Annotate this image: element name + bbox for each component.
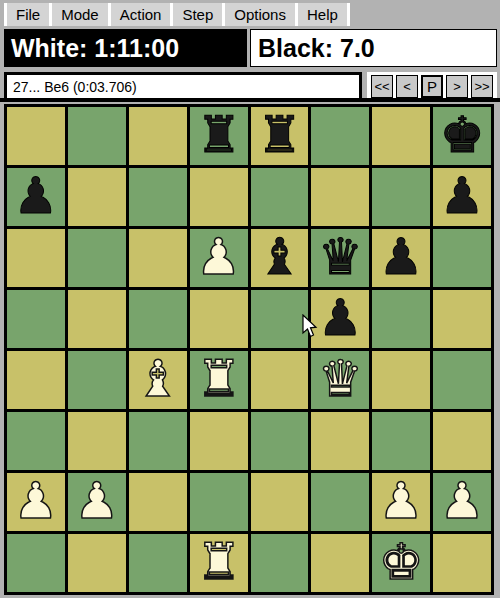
move-input[interactable] <box>4 72 362 101</box>
square-h8[interactable]: ♚ <box>433 107 491 165</box>
square-h6[interactable] <box>433 229 491 287</box>
square-e5[interactable] <box>251 290 309 348</box>
square-a2[interactable]: ♟ <box>7 473 65 531</box>
square-a6[interactable] <box>7 229 65 287</box>
square-d5[interactable] <box>190 290 248 348</box>
square-b2[interactable]: ♟ <box>68 473 126 531</box>
move-bar: << < P > >> <box>4 72 497 101</box>
piece-white-pawn[interactable]: ♟ <box>379 476 424 526</box>
square-c1[interactable] <box>129 534 187 592</box>
square-a3[interactable] <box>7 412 65 470</box>
square-h4[interactable] <box>433 351 491 409</box>
nav-back-button[interactable]: < <box>396 75 418 98</box>
square-c8[interactable] <box>129 107 187 165</box>
square-h5[interactable] <box>433 290 491 348</box>
piece-white-bishop[interactable]: ♝ <box>135 354 180 404</box>
square-g7[interactable] <box>372 168 430 226</box>
nav-pause-button[interactable]: P <box>421 75 443 98</box>
square-h1[interactable] <box>433 534 491 592</box>
menu-help[interactable]: Help <box>295 3 350 26</box>
piece-white-pawn[interactable]: ♟ <box>14 476 59 526</box>
menu-step[interactable]: Step <box>170 3 222 26</box>
square-c3[interactable] <box>129 412 187 470</box>
piece-black-rook[interactable]: ♜ <box>257 110 302 160</box>
clock-row: White: 1:11:00 Black: 7.0 <box>4 29 497 67</box>
square-g4[interactable] <box>372 351 430 409</box>
square-c7[interactable] <box>129 168 187 226</box>
square-d2[interactable] <box>190 473 248 531</box>
piece-white-pawn[interactable]: ♟ <box>440 476 485 526</box>
black-clock: Black: 7.0 <box>250 29 497 67</box>
square-b4[interactable] <box>68 351 126 409</box>
square-e2[interactable] <box>251 473 309 531</box>
piece-white-rook[interactable]: ♜ <box>196 537 241 587</box>
square-a1[interactable] <box>7 534 65 592</box>
menu-action[interactable]: Action <box>108 3 171 26</box>
nav-strip: << < P > >> <box>367 72 497 101</box>
square-d6[interactable]: ♟ <box>190 229 248 287</box>
square-f7[interactable] <box>311 168 369 226</box>
piece-black-pawn[interactable]: ♟ <box>379 232 424 282</box>
square-f8[interactable] <box>311 107 369 165</box>
square-a5[interactable] <box>7 290 65 348</box>
square-e1[interactable] <box>251 534 309 592</box>
square-b3[interactable] <box>68 412 126 470</box>
square-b1[interactable] <box>68 534 126 592</box>
menu-bar: File Mode Action Step Options Help <box>4 3 350 26</box>
square-e8[interactable]: ♜ <box>251 107 309 165</box>
square-f6[interactable]: ♛ <box>311 229 369 287</box>
nav-rewind-button[interactable]: << <box>371 75 393 98</box>
square-e4[interactable] <box>251 351 309 409</box>
square-d8[interactable]: ♜ <box>190 107 248 165</box>
square-b5[interactable] <box>68 290 126 348</box>
menu-file[interactable]: File <box>4 3 49 26</box>
square-f1[interactable] <box>311 534 369 592</box>
piece-black-bishop[interactable]: ♝ <box>257 232 302 282</box>
square-g1[interactable]: ♚ <box>372 534 430 592</box>
piece-black-queen[interactable]: ♛ <box>318 232 363 282</box>
square-g6[interactable]: ♟ <box>372 229 430 287</box>
piece-white-king[interactable]: ♚ <box>379 537 424 587</box>
square-f4[interactable]: ♛ <box>311 351 369 409</box>
square-c6[interactable] <box>129 229 187 287</box>
piece-white-rook[interactable]: ♜ <box>196 354 241 404</box>
square-g3[interactable] <box>372 412 430 470</box>
square-b7[interactable] <box>68 168 126 226</box>
chess-board: ♜♜♚♟♟♟♝♛♟♟♝♜♛♟♟♟♟♜♚ <box>4 104 494 595</box>
square-h3[interactable] <box>433 412 491 470</box>
horizontal-separator <box>0 98 500 102</box>
piece-white-pawn[interactable]: ♟ <box>196 232 241 282</box>
piece-white-queen[interactable]: ♛ <box>318 354 363 404</box>
square-e7[interactable] <box>251 168 309 226</box>
square-h7[interactable]: ♟ <box>433 168 491 226</box>
square-d3[interactable] <box>190 412 248 470</box>
piece-black-pawn[interactable]: ♟ <box>440 171 485 221</box>
square-f2[interactable] <box>311 473 369 531</box>
square-e6[interactable]: ♝ <box>251 229 309 287</box>
menu-mode[interactable]: Mode <box>49 3 108 26</box>
square-b6[interactable] <box>68 229 126 287</box>
square-a7[interactable]: ♟ <box>7 168 65 226</box>
piece-black-king[interactable]: ♚ <box>440 110 485 160</box>
square-f5[interactable]: ♟ <box>311 290 369 348</box>
square-a8[interactable] <box>7 107 65 165</box>
square-d7[interactable] <box>190 168 248 226</box>
square-d4[interactable]: ♜ <box>190 351 248 409</box>
square-g8[interactable] <box>372 107 430 165</box>
square-f3[interactable] <box>311 412 369 470</box>
piece-black-rook[interactable]: ♜ <box>196 110 241 160</box>
menu-options[interactable]: Options <box>222 3 295 26</box>
piece-black-pawn[interactable]: ♟ <box>14 171 59 221</box>
square-c2[interactable] <box>129 473 187 531</box>
piece-white-pawn[interactable]: ♟ <box>74 476 119 526</box>
square-h2[interactable]: ♟ <box>433 473 491 531</box>
square-c4[interactable]: ♝ <box>129 351 187 409</box>
piece-black-pawn[interactable]: ♟ <box>318 293 363 343</box>
square-g2[interactable]: ♟ <box>372 473 430 531</box>
nav-fast-forward-button[interactable]: >> <box>471 75 493 98</box>
nav-forward-button[interactable]: > <box>446 75 468 98</box>
white-clock: White: 1:11:00 <box>4 29 247 67</box>
square-b8[interactable] <box>68 107 126 165</box>
square-d1[interactable]: ♜ <box>190 534 248 592</box>
square-e3[interactable] <box>251 412 309 470</box>
square-a4[interactable] <box>7 351 65 409</box>
square-c5[interactable] <box>129 290 187 348</box>
square-g5[interactable] <box>372 290 430 348</box>
